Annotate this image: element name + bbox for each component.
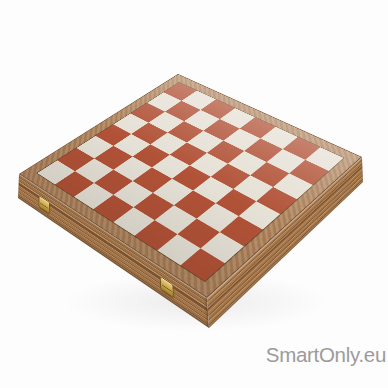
brass-latch-front xyxy=(160,276,174,299)
brass-latch-left xyxy=(38,195,49,214)
product-photo: SmartOnly.eu xyxy=(0,0,388,388)
watermark: SmartOnly.eu xyxy=(266,343,386,367)
